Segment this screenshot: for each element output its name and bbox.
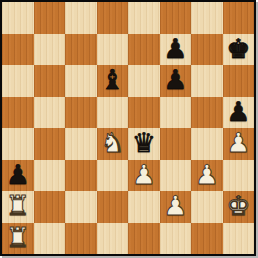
square-a7[interactable] [2, 34, 34, 66]
square-e5[interactable] [128, 97, 160, 129]
square-f8[interactable] [160, 2, 192, 34]
black-pawn-f6[interactable]: ♟ [163, 66, 187, 93]
square-g1[interactable] [191, 223, 223, 255]
square-a4[interactable] [2, 128, 34, 160]
square-c1[interactable] [65, 223, 97, 255]
black-bishop-d6[interactable]: ♝ [100, 66, 124, 93]
chess-board-frame: ♟♚♝♟♟♞♛♟♟♟♟♜♟♚♜ [0, 0, 256, 256]
square-a2[interactable]: ♜ [2, 191, 34, 223]
black-pawn-a3[interactable]: ♟ [6, 161, 30, 188]
square-h3[interactable] [223, 160, 255, 192]
black-king-h7[interactable]: ♚ [226, 35, 250, 62]
square-e4[interactable]: ♛ [128, 128, 160, 160]
square-c8[interactable] [65, 2, 97, 34]
square-f7[interactable]: ♟ [160, 34, 192, 66]
square-h5[interactable]: ♟ [223, 97, 255, 129]
square-g3[interactable]: ♟ [191, 160, 223, 192]
square-g4[interactable] [191, 128, 223, 160]
square-d8[interactable] [97, 2, 129, 34]
square-e8[interactable] [128, 2, 160, 34]
square-e3[interactable]: ♟ [128, 160, 160, 192]
white-rook-a2[interactable]: ♜ [6, 192, 30, 219]
square-f6[interactable]: ♟ [160, 65, 192, 97]
square-a1[interactable]: ♜ [2, 223, 34, 255]
square-d7[interactable] [97, 34, 129, 66]
square-c3[interactable] [65, 160, 97, 192]
black-pawn-h5[interactable]: ♟ [226, 98, 250, 125]
square-h8[interactable] [223, 2, 255, 34]
square-h4[interactable]: ♟ [223, 128, 255, 160]
square-f2[interactable]: ♟ [160, 191, 192, 223]
square-f1[interactable] [160, 223, 192, 255]
square-g2[interactable] [191, 191, 223, 223]
square-f4[interactable] [160, 128, 192, 160]
square-g7[interactable] [191, 34, 223, 66]
square-b2[interactable] [34, 191, 66, 223]
square-h1[interactable] [223, 223, 255, 255]
square-a3[interactable]: ♟ [2, 160, 34, 192]
square-e6[interactable] [128, 65, 160, 97]
square-e1[interactable] [128, 223, 160, 255]
square-b6[interactable] [34, 65, 66, 97]
square-d2[interactable] [97, 191, 129, 223]
black-queen-e4[interactable]: ♛ [132, 129, 156, 156]
white-pawn-h4[interactable]: ♟ [226, 129, 250, 156]
square-h7[interactable]: ♚ [223, 34, 255, 66]
square-d1[interactable] [97, 223, 129, 255]
square-f5[interactable] [160, 97, 192, 129]
square-g8[interactable] [191, 2, 223, 34]
square-b8[interactable] [34, 2, 66, 34]
white-pawn-g3[interactable]: ♟ [195, 161, 219, 188]
square-d4[interactable]: ♞ [97, 128, 129, 160]
square-a6[interactable] [2, 65, 34, 97]
white-pawn-f2[interactable]: ♟ [163, 192, 187, 219]
square-b4[interactable] [34, 128, 66, 160]
white-knight-d4[interactable]: ♞ [100, 129, 124, 156]
white-king-h2[interactable]: ♚ [226, 192, 250, 219]
square-d3[interactable] [97, 160, 129, 192]
square-a5[interactable] [2, 97, 34, 129]
square-c2[interactable] [65, 191, 97, 223]
square-e2[interactable] [128, 191, 160, 223]
white-pawn-e3[interactable]: ♟ [132, 161, 156, 188]
square-a8[interactable] [2, 2, 34, 34]
square-c4[interactable] [65, 128, 97, 160]
square-b1[interactable] [34, 223, 66, 255]
square-c7[interactable] [65, 34, 97, 66]
square-b7[interactable] [34, 34, 66, 66]
black-pawn-f7[interactable]: ♟ [163, 35, 187, 62]
square-c6[interactable] [65, 65, 97, 97]
square-b3[interactable] [34, 160, 66, 192]
square-g5[interactable] [191, 97, 223, 129]
square-f3[interactable] [160, 160, 192, 192]
square-c5[interactable] [65, 97, 97, 129]
chess-board: ♟♚♝♟♟♞♛♟♟♟♟♜♟♚♜ [2, 2, 254, 254]
white-rook-a1[interactable]: ♜ [6, 224, 30, 251]
square-d6[interactable]: ♝ [97, 65, 129, 97]
square-b5[interactable] [34, 97, 66, 129]
square-g6[interactable] [191, 65, 223, 97]
square-e7[interactable] [128, 34, 160, 66]
square-d5[interactable] [97, 97, 129, 129]
square-h6[interactable] [223, 65, 255, 97]
square-h2[interactable]: ♚ [223, 191, 255, 223]
